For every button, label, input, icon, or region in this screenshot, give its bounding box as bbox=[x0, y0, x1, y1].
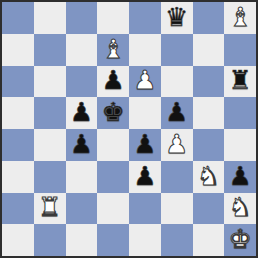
black-pawn-piece[interactable]: ♟ bbox=[228, 163, 251, 189]
square-b4[interactable] bbox=[34, 129, 66, 161]
square-g4[interactable] bbox=[193, 129, 225, 161]
square-f1[interactable] bbox=[161, 224, 193, 256]
black-pawn-piece[interactable]: ♟ bbox=[101, 67, 124, 93]
square-g8[interactable] bbox=[193, 2, 225, 34]
black-pawn-piece[interactable]: ♟ bbox=[165, 99, 188, 125]
white-rook-piece[interactable]: ♜ bbox=[38, 194, 61, 220]
square-g6[interactable] bbox=[193, 66, 225, 98]
square-c5[interactable]: ♟ bbox=[66, 97, 98, 129]
square-e5[interactable] bbox=[129, 97, 161, 129]
square-a3[interactable] bbox=[2, 161, 34, 193]
white-king-piece[interactable]: ♚ bbox=[228, 226, 251, 252]
square-c2[interactable] bbox=[66, 193, 98, 225]
square-e7[interactable] bbox=[129, 34, 161, 66]
square-g1[interactable] bbox=[193, 224, 225, 256]
square-b1[interactable] bbox=[34, 224, 66, 256]
black-queen-piece[interactable]: ♛ bbox=[165, 4, 188, 30]
square-d2[interactable] bbox=[97, 193, 129, 225]
square-a5[interactable] bbox=[2, 97, 34, 129]
square-g7[interactable] bbox=[193, 34, 225, 66]
square-b6[interactable] bbox=[34, 66, 66, 98]
white-pawn-piece[interactable]: ♟ bbox=[133, 67, 156, 93]
square-h5[interactable] bbox=[224, 97, 256, 129]
square-a8[interactable] bbox=[2, 2, 34, 34]
square-b8[interactable] bbox=[34, 2, 66, 34]
black-pawn-piece[interactable]: ♟ bbox=[133, 163, 156, 189]
square-h7[interactable] bbox=[224, 34, 256, 66]
square-g2[interactable] bbox=[193, 193, 225, 225]
black-pawn-piece[interactable]: ♟ bbox=[70, 131, 93, 157]
white-knight-piece[interactable]: ♞ bbox=[197, 163, 220, 189]
square-c4[interactable]: ♟ bbox=[66, 129, 98, 161]
square-f4[interactable]: ♟ bbox=[161, 129, 193, 161]
square-d4[interactable] bbox=[97, 129, 129, 161]
square-a7[interactable] bbox=[2, 34, 34, 66]
white-pawn-piece[interactable]: ♟ bbox=[165, 131, 188, 157]
square-e3[interactable]: ♟ bbox=[129, 161, 161, 193]
square-h1[interactable]: ♚ bbox=[224, 224, 256, 256]
black-king-piece[interactable]: ♚ bbox=[101, 99, 124, 125]
square-d6[interactable]: ♟ bbox=[97, 66, 129, 98]
square-h8[interactable]: ♝ bbox=[224, 2, 256, 34]
square-h6[interactable]: ♜ bbox=[224, 66, 256, 98]
black-pawn-piece[interactable]: ♟ bbox=[133, 131, 156, 157]
black-rook-piece[interactable]: ♜ bbox=[228, 67, 251, 93]
square-f6[interactable] bbox=[161, 66, 193, 98]
chess-board: ♛♝♝♟♟♜♟♚♟♟♟♟♟♞♟♜♞♚ bbox=[2, 2, 256, 256]
square-d7[interactable]: ♝ bbox=[97, 34, 129, 66]
square-c3[interactable] bbox=[66, 161, 98, 193]
square-c1[interactable] bbox=[66, 224, 98, 256]
square-f7[interactable] bbox=[161, 34, 193, 66]
square-f5[interactable]: ♟ bbox=[161, 97, 193, 129]
square-c6[interactable] bbox=[66, 66, 98, 98]
square-f8[interactable]: ♛ bbox=[161, 2, 193, 34]
square-c7[interactable] bbox=[66, 34, 98, 66]
square-b3[interactable] bbox=[34, 161, 66, 193]
square-f3[interactable] bbox=[161, 161, 193, 193]
square-a1[interactable] bbox=[2, 224, 34, 256]
chess-board-frame: ♛♝♝♟♟♜♟♚♟♟♟♟♟♞♟♜♞♚ bbox=[0, 0, 258, 258]
square-a4[interactable] bbox=[2, 129, 34, 161]
square-a2[interactable] bbox=[2, 193, 34, 225]
square-e8[interactable] bbox=[129, 2, 161, 34]
square-b2[interactable]: ♜ bbox=[34, 193, 66, 225]
black-pawn-piece[interactable]: ♟ bbox=[70, 99, 93, 125]
square-g3[interactable]: ♞ bbox=[193, 161, 225, 193]
square-h3[interactable]: ♟ bbox=[224, 161, 256, 193]
square-d5[interactable]: ♚ bbox=[97, 97, 129, 129]
square-d1[interactable] bbox=[97, 224, 129, 256]
square-c8[interactable] bbox=[66, 2, 98, 34]
square-e6[interactable]: ♟ bbox=[129, 66, 161, 98]
square-h2[interactable]: ♞ bbox=[224, 193, 256, 225]
square-e1[interactable] bbox=[129, 224, 161, 256]
square-e2[interactable] bbox=[129, 193, 161, 225]
white-bishop-piece[interactable]: ♝ bbox=[228, 4, 251, 30]
square-b5[interactable] bbox=[34, 97, 66, 129]
square-b7[interactable] bbox=[34, 34, 66, 66]
square-e4[interactable]: ♟ bbox=[129, 129, 161, 161]
square-a6[interactable] bbox=[2, 66, 34, 98]
square-d8[interactable] bbox=[97, 2, 129, 34]
square-f2[interactable] bbox=[161, 193, 193, 225]
square-h4[interactable] bbox=[224, 129, 256, 161]
white-knight-piece[interactable]: ♞ bbox=[228, 194, 251, 220]
white-bishop-piece[interactable]: ♝ bbox=[101, 36, 124, 62]
square-g5[interactable] bbox=[193, 97, 225, 129]
square-d3[interactable] bbox=[97, 161, 129, 193]
